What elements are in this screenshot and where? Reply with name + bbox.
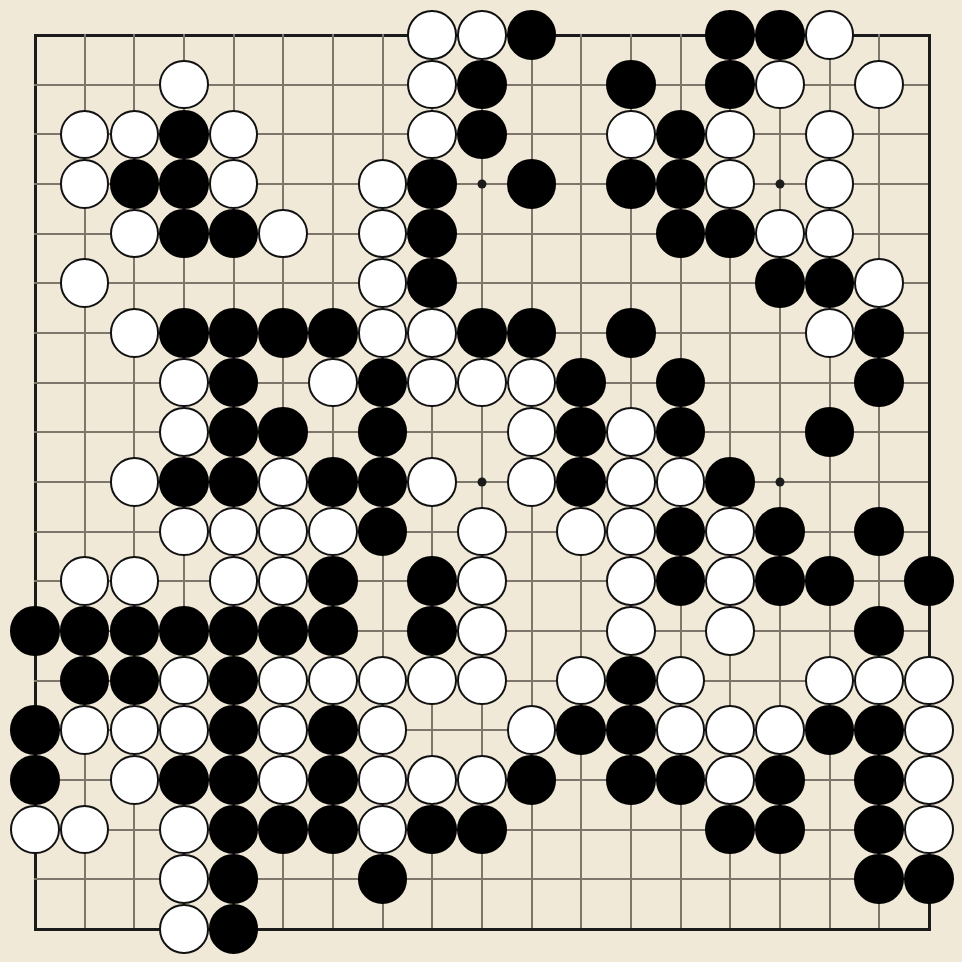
point-K12[interactable] xyxy=(457,358,507,408)
point-C15[interactable] xyxy=(109,209,159,259)
point-R15[interactable] xyxy=(805,209,855,259)
point-F10[interactable] xyxy=(258,457,308,507)
point-D16[interactable] xyxy=(159,159,209,209)
point-M10[interactable] xyxy=(556,457,606,507)
point-K9[interactable] xyxy=(457,507,507,557)
point-J5[interactable] xyxy=(407,705,457,755)
point-H11[interactable] xyxy=(358,407,408,457)
point-F12[interactable] xyxy=(258,358,308,408)
point-Q1[interactable] xyxy=(755,904,805,954)
point-H9[interactable] xyxy=(358,507,408,557)
point-D15[interactable] xyxy=(159,209,209,259)
point-T3[interactable] xyxy=(904,805,954,855)
point-A15[interactable] xyxy=(10,209,60,259)
point-L16[interactable] xyxy=(507,159,557,209)
point-M4[interactable] xyxy=(556,755,606,805)
point-T5[interactable] xyxy=(904,705,954,755)
point-R7[interactable] xyxy=(805,606,855,656)
point-G11[interactable] xyxy=(308,407,358,457)
point-B17[interactable] xyxy=(60,109,110,159)
point-C5[interactable] xyxy=(109,705,159,755)
point-R5[interactable] xyxy=(805,705,855,755)
point-K15[interactable] xyxy=(457,209,507,259)
point-D19[interactable] xyxy=(159,10,209,60)
point-Q13[interactable] xyxy=(755,308,805,358)
point-M6[interactable] xyxy=(556,656,606,706)
point-F11[interactable] xyxy=(258,407,308,457)
point-O15[interactable] xyxy=(656,209,706,259)
point-J12[interactable] xyxy=(407,358,457,408)
point-F18[interactable] xyxy=(258,60,308,110)
point-Q9[interactable] xyxy=(755,507,805,557)
point-T17[interactable] xyxy=(904,109,954,159)
point-R10[interactable] xyxy=(805,457,855,507)
point-S13[interactable] xyxy=(854,308,904,358)
point-J16[interactable] xyxy=(407,159,457,209)
point-S11[interactable] xyxy=(854,407,904,457)
point-O14[interactable] xyxy=(656,258,706,308)
point-A13[interactable] xyxy=(10,308,60,358)
point-H1[interactable] xyxy=(358,904,408,954)
point-P4[interactable] xyxy=(705,755,755,805)
point-A17[interactable] xyxy=(10,109,60,159)
point-J1[interactable] xyxy=(407,904,457,954)
point-K6[interactable] xyxy=(457,656,507,706)
point-T14[interactable] xyxy=(904,258,954,308)
point-E19[interactable] xyxy=(209,10,259,60)
point-D6[interactable] xyxy=(159,656,209,706)
point-H2[interactable] xyxy=(358,854,408,904)
point-Q11[interactable] xyxy=(755,407,805,457)
point-F19[interactable] xyxy=(258,10,308,60)
point-D8[interactable] xyxy=(159,556,209,606)
point-N13[interactable] xyxy=(606,308,656,358)
point-N8[interactable] xyxy=(606,556,656,606)
point-R13[interactable] xyxy=(805,308,855,358)
point-H15[interactable] xyxy=(358,209,408,259)
point-L17[interactable] xyxy=(507,109,557,159)
point-F9[interactable] xyxy=(258,507,308,557)
point-O9[interactable] xyxy=(656,507,706,557)
point-Q14[interactable] xyxy=(755,258,805,308)
point-A10[interactable] xyxy=(10,457,60,507)
point-K4[interactable] xyxy=(457,755,507,805)
point-K5[interactable] xyxy=(457,705,507,755)
point-R9[interactable] xyxy=(805,507,855,557)
point-C3[interactable] xyxy=(109,805,159,855)
point-Q3[interactable] xyxy=(755,805,805,855)
point-K16[interactable] xyxy=(457,159,507,209)
point-R18[interactable] xyxy=(805,60,855,110)
point-E9[interactable] xyxy=(209,507,259,557)
point-G8[interactable] xyxy=(308,556,358,606)
point-K14[interactable] xyxy=(457,258,507,308)
point-C10[interactable] xyxy=(109,457,159,507)
point-N6[interactable] xyxy=(606,656,656,706)
point-N12[interactable] xyxy=(606,358,656,408)
point-D13[interactable] xyxy=(159,308,209,358)
point-B15[interactable] xyxy=(60,209,110,259)
point-N15[interactable] xyxy=(606,209,656,259)
point-A11[interactable] xyxy=(10,407,60,457)
point-F1[interactable] xyxy=(258,904,308,954)
point-F13[interactable] xyxy=(258,308,308,358)
point-G10[interactable] xyxy=(308,457,358,507)
point-D17[interactable] xyxy=(159,109,209,159)
point-H10[interactable] xyxy=(358,457,408,507)
point-C6[interactable] xyxy=(109,656,159,706)
point-M11[interactable] xyxy=(556,407,606,457)
point-F4[interactable] xyxy=(258,755,308,805)
point-O16[interactable] xyxy=(656,159,706,209)
point-J17[interactable] xyxy=(407,109,457,159)
point-O7[interactable] xyxy=(656,606,706,656)
point-Q7[interactable] xyxy=(755,606,805,656)
point-B13[interactable] xyxy=(60,308,110,358)
point-E4[interactable] xyxy=(209,755,259,805)
point-J14[interactable] xyxy=(407,258,457,308)
point-H13[interactable] xyxy=(358,308,408,358)
point-L13[interactable] xyxy=(507,308,557,358)
point-P15[interactable] xyxy=(705,209,755,259)
point-M2[interactable] xyxy=(556,854,606,904)
point-N7[interactable] xyxy=(606,606,656,656)
point-S14[interactable] xyxy=(854,258,904,308)
point-L10[interactable] xyxy=(507,457,557,507)
point-L9[interactable] xyxy=(507,507,557,557)
point-N4[interactable] xyxy=(606,755,656,805)
point-S16[interactable] xyxy=(854,159,904,209)
point-L7[interactable] xyxy=(507,606,557,656)
point-R2[interactable] xyxy=(805,854,855,904)
point-L19[interactable] xyxy=(507,10,557,60)
point-H6[interactable] xyxy=(358,656,408,706)
point-M5[interactable] xyxy=(556,705,606,755)
point-S2[interactable] xyxy=(854,854,904,904)
point-H17[interactable] xyxy=(358,109,408,159)
point-O5[interactable] xyxy=(656,705,706,755)
point-Q19[interactable] xyxy=(755,10,805,60)
point-F15[interactable] xyxy=(258,209,308,259)
point-C7[interactable] xyxy=(109,606,159,656)
point-H5[interactable] xyxy=(358,705,408,755)
point-E12[interactable] xyxy=(209,358,259,408)
point-T6[interactable] xyxy=(904,656,954,706)
point-M13[interactable] xyxy=(556,308,606,358)
point-L6[interactable] xyxy=(507,656,557,706)
point-L11[interactable] xyxy=(507,407,557,457)
point-J3[interactable] xyxy=(407,805,457,855)
point-J10[interactable] xyxy=(407,457,457,507)
point-A19[interactable] xyxy=(10,10,60,60)
point-B12[interactable] xyxy=(60,358,110,408)
point-P6[interactable] xyxy=(705,656,755,706)
point-P7[interactable] xyxy=(705,606,755,656)
point-M19[interactable] xyxy=(556,10,606,60)
point-N16[interactable] xyxy=(606,159,656,209)
point-S6[interactable] xyxy=(854,656,904,706)
point-J7[interactable] xyxy=(407,606,457,656)
point-R12[interactable] xyxy=(805,358,855,408)
point-H16[interactable] xyxy=(358,159,408,209)
point-J19[interactable] xyxy=(407,10,457,60)
point-E10[interactable] xyxy=(209,457,259,507)
point-K18[interactable] xyxy=(457,60,507,110)
point-A5[interactable] xyxy=(10,705,60,755)
point-F8[interactable] xyxy=(258,556,308,606)
point-T8[interactable] xyxy=(904,556,954,606)
point-A2[interactable] xyxy=(10,854,60,904)
point-Q17[interactable] xyxy=(755,109,805,159)
point-M12[interactable] xyxy=(556,358,606,408)
point-A14[interactable] xyxy=(10,258,60,308)
point-E18[interactable] xyxy=(209,60,259,110)
point-P1[interactable] xyxy=(705,904,755,954)
point-H14[interactable] xyxy=(358,258,408,308)
point-A3[interactable] xyxy=(10,805,60,855)
point-P5[interactable] xyxy=(705,705,755,755)
point-B16[interactable] xyxy=(60,159,110,209)
point-K1[interactable] xyxy=(457,904,507,954)
point-E11[interactable] xyxy=(209,407,259,457)
point-C19[interactable] xyxy=(109,10,159,60)
point-C16[interactable] xyxy=(109,159,159,209)
point-K17[interactable] xyxy=(457,109,507,159)
point-L1[interactable] xyxy=(507,904,557,954)
point-O2[interactable] xyxy=(656,854,706,904)
point-E1[interactable] xyxy=(209,904,259,954)
point-R11[interactable] xyxy=(805,407,855,457)
point-O6[interactable] xyxy=(656,656,706,706)
point-G9[interactable] xyxy=(308,507,358,557)
point-E5[interactable] xyxy=(209,705,259,755)
point-L15[interactable] xyxy=(507,209,557,259)
point-O11[interactable] xyxy=(656,407,706,457)
point-Q8[interactable] xyxy=(755,556,805,606)
point-E14[interactable] xyxy=(209,258,259,308)
point-H4[interactable] xyxy=(358,755,408,805)
point-G14[interactable] xyxy=(308,258,358,308)
point-O13[interactable] xyxy=(656,308,706,358)
point-J8[interactable] xyxy=(407,556,457,606)
point-M16[interactable] xyxy=(556,159,606,209)
point-D2[interactable] xyxy=(159,854,209,904)
point-L5[interactable] xyxy=(507,705,557,755)
point-G17[interactable] xyxy=(308,109,358,159)
point-F6[interactable] xyxy=(258,656,308,706)
point-Q10[interactable] xyxy=(755,457,805,507)
point-C8[interactable] xyxy=(109,556,159,606)
point-S5[interactable] xyxy=(854,705,904,755)
point-P8[interactable] xyxy=(705,556,755,606)
point-J9[interactable] xyxy=(407,507,457,557)
point-M15[interactable] xyxy=(556,209,606,259)
point-L3[interactable] xyxy=(507,805,557,855)
point-R17[interactable] xyxy=(805,109,855,159)
point-S10[interactable] xyxy=(854,457,904,507)
point-Q6[interactable] xyxy=(755,656,805,706)
point-M9[interactable] xyxy=(556,507,606,557)
point-M3[interactable] xyxy=(556,805,606,855)
point-G2[interactable] xyxy=(308,854,358,904)
point-G3[interactable] xyxy=(308,805,358,855)
point-M18[interactable] xyxy=(556,60,606,110)
point-J4[interactable] xyxy=(407,755,457,805)
point-L4[interactable] xyxy=(507,755,557,805)
point-G4[interactable] xyxy=(308,755,358,805)
point-B11[interactable] xyxy=(60,407,110,457)
point-S9[interactable] xyxy=(854,507,904,557)
point-K10[interactable] xyxy=(457,457,507,507)
point-D9[interactable] xyxy=(159,507,209,557)
point-T1[interactable] xyxy=(904,904,954,954)
point-B18[interactable] xyxy=(60,60,110,110)
point-E7[interactable] xyxy=(209,606,259,656)
point-R6[interactable] xyxy=(805,656,855,706)
point-S17[interactable] xyxy=(854,109,904,159)
point-G15[interactable] xyxy=(308,209,358,259)
point-T2[interactable] xyxy=(904,854,954,904)
point-N14[interactable] xyxy=(606,258,656,308)
point-L2[interactable] xyxy=(507,854,557,904)
point-C4[interactable] xyxy=(109,755,159,805)
point-O8[interactable] xyxy=(656,556,706,606)
point-K8[interactable] xyxy=(457,556,507,606)
point-E13[interactable] xyxy=(209,308,259,358)
point-P11[interactable] xyxy=(705,407,755,457)
point-B2[interactable] xyxy=(60,854,110,904)
point-B8[interactable] xyxy=(60,556,110,606)
point-P10[interactable] xyxy=(705,457,755,507)
point-C1[interactable] xyxy=(109,904,159,954)
point-P19[interactable] xyxy=(705,10,755,60)
point-H18[interactable] xyxy=(358,60,408,110)
point-P18[interactable] xyxy=(705,60,755,110)
point-K3[interactable] xyxy=(457,805,507,855)
point-O4[interactable] xyxy=(656,755,706,805)
point-Q16[interactable] xyxy=(755,159,805,209)
point-O19[interactable] xyxy=(656,10,706,60)
point-Q5[interactable] xyxy=(755,705,805,755)
point-N5[interactable] xyxy=(606,705,656,755)
point-S3[interactable] xyxy=(854,805,904,855)
point-G13[interactable] xyxy=(308,308,358,358)
point-T7[interactable] xyxy=(904,606,954,656)
point-P2[interactable] xyxy=(705,854,755,904)
point-T10[interactable] xyxy=(904,457,954,507)
point-P13[interactable] xyxy=(705,308,755,358)
point-N18[interactable] xyxy=(606,60,656,110)
point-Q4[interactable] xyxy=(755,755,805,805)
point-G1[interactable] xyxy=(308,904,358,954)
point-N10[interactable] xyxy=(606,457,656,507)
point-L18[interactable] xyxy=(507,60,557,110)
point-P9[interactable] xyxy=(705,507,755,557)
point-T19[interactable] xyxy=(904,10,954,60)
point-F17[interactable] xyxy=(258,109,308,159)
point-R16[interactable] xyxy=(805,159,855,209)
point-T4[interactable] xyxy=(904,755,954,805)
point-O18[interactable] xyxy=(656,60,706,110)
point-S8[interactable] xyxy=(854,556,904,606)
point-M1[interactable] xyxy=(556,904,606,954)
point-S15[interactable] xyxy=(854,209,904,259)
point-L14[interactable] xyxy=(507,258,557,308)
point-R14[interactable] xyxy=(805,258,855,308)
point-C11[interactable] xyxy=(109,407,159,457)
point-F5[interactable] xyxy=(258,705,308,755)
point-J15[interactable] xyxy=(407,209,457,259)
point-N17[interactable] xyxy=(606,109,656,159)
point-D18[interactable] xyxy=(159,60,209,110)
point-J18[interactable] xyxy=(407,60,457,110)
point-C18[interactable] xyxy=(109,60,159,110)
point-F3[interactable] xyxy=(258,805,308,855)
point-L12[interactable] xyxy=(507,358,557,408)
point-K13[interactable] xyxy=(457,308,507,358)
point-A1[interactable] xyxy=(10,904,60,954)
point-A9[interactable] xyxy=(10,507,60,557)
point-H19[interactable] xyxy=(358,10,408,60)
point-T16[interactable] xyxy=(904,159,954,209)
point-Q2[interactable] xyxy=(755,854,805,904)
point-G6[interactable] xyxy=(308,656,358,706)
point-D3[interactable] xyxy=(159,805,209,855)
point-M8[interactable] xyxy=(556,556,606,606)
point-K19[interactable] xyxy=(457,10,507,60)
point-S4[interactable] xyxy=(854,755,904,805)
point-H7[interactable] xyxy=(358,606,408,656)
point-M17[interactable] xyxy=(556,109,606,159)
point-N19[interactable] xyxy=(606,10,656,60)
point-T15[interactable] xyxy=(904,209,954,259)
point-N1[interactable] xyxy=(606,904,656,954)
point-E8[interactable] xyxy=(209,556,259,606)
point-G7[interactable] xyxy=(308,606,358,656)
point-K11[interactable] xyxy=(457,407,507,457)
point-F14[interactable] xyxy=(258,258,308,308)
point-R4[interactable] xyxy=(805,755,855,805)
point-B7[interactable] xyxy=(60,606,110,656)
point-A12[interactable] xyxy=(10,358,60,408)
point-O3[interactable] xyxy=(656,805,706,855)
point-D5[interactable] xyxy=(159,705,209,755)
point-D11[interactable] xyxy=(159,407,209,457)
point-S18[interactable] xyxy=(854,60,904,110)
point-N2[interactable] xyxy=(606,854,656,904)
point-C9[interactable] xyxy=(109,507,159,557)
point-R19[interactable] xyxy=(805,10,855,60)
point-R8[interactable] xyxy=(805,556,855,606)
point-T12[interactable] xyxy=(904,358,954,408)
point-F7[interactable] xyxy=(258,606,308,656)
point-E16[interactable] xyxy=(209,159,259,209)
point-B9[interactable] xyxy=(60,507,110,557)
point-A18[interactable] xyxy=(10,60,60,110)
point-T11[interactable] xyxy=(904,407,954,457)
point-T9[interactable] xyxy=(904,507,954,557)
point-B6[interactable] xyxy=(60,656,110,706)
point-J11[interactable] xyxy=(407,407,457,457)
point-P17[interactable] xyxy=(705,109,755,159)
point-E17[interactable] xyxy=(209,109,259,159)
point-C12[interactable] xyxy=(109,358,159,408)
point-B1[interactable] xyxy=(60,904,110,954)
point-H12[interactable] xyxy=(358,358,408,408)
point-B10[interactable] xyxy=(60,457,110,507)
point-D4[interactable] xyxy=(159,755,209,805)
point-B5[interactable] xyxy=(60,705,110,755)
